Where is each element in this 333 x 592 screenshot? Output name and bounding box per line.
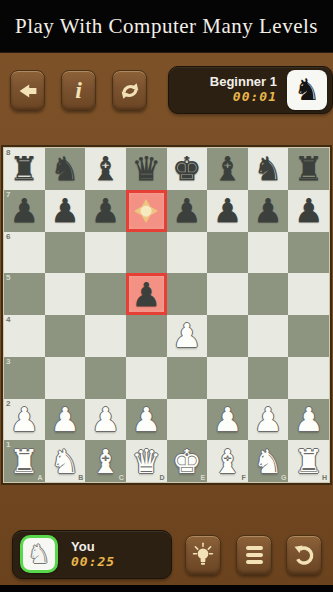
square-b7[interactable]: ♟ — [45, 190, 86, 232]
page-title: Play With Computer Many Levels — [15, 14, 318, 39]
square-d2[interactable]: ♟ — [126, 399, 167, 441]
rank-label-7: 7 — [6, 191, 10, 199]
file-label-H: H — [322, 474, 327, 481]
square-d3[interactable] — [126, 357, 167, 399]
square-f6[interactable] — [207, 232, 248, 274]
square-b8[interactable]: ♞ — [45, 148, 86, 190]
chess-board[interactable]: 8♜♞♝♛♚♝♞♜7♟♟♟ ♟♟♟♟65♟4♟32♟♟♟♟♟♟♟1A♜B♞C♝D… — [3, 147, 330, 483]
square-b6[interactable] — [45, 232, 86, 274]
square-g2[interactable]: ♟ — [248, 399, 289, 441]
hint-bulb-icon — [191, 542, 215, 568]
black-pawn[interactable]: ♟ — [172, 194, 202, 227]
square-f8[interactable]: ♝ — [207, 148, 248, 190]
square-f3[interactable] — [207, 357, 248, 399]
square-d8[interactable]: ♛ — [126, 148, 167, 190]
black-pawn[interactable]: ♟ — [294, 194, 324, 227]
file-label-E: E — [200, 474, 205, 481]
back-button[interactable] — [10, 70, 45, 111]
square-g7[interactable]: ♟ — [248, 190, 289, 232]
hint-button[interactable] — [185, 535, 221, 575]
square-h1[interactable]: H♜ — [288, 440, 329, 482]
black-pawn[interactable]: ♟ — [10, 194, 40, 227]
square-a4[interactable]: 4 — [4, 315, 45, 357]
square-b3[interactable] — [45, 357, 86, 399]
rank-label-4: 4 — [6, 316, 10, 324]
opponent-panel: Beginner 1 00:01 ♞ — [168, 66, 333, 114]
player-piece-tile: ♞ — [20, 535, 58, 573]
white-rook[interactable]: ♜ — [10, 445, 40, 478]
black-knight[interactable]: ♞ — [50, 152, 80, 185]
square-h8[interactable]: ♜ — [288, 148, 329, 190]
white-pawn[interactable]: ♟ — [253, 403, 283, 436]
square-f4[interactable] — [207, 315, 248, 357]
square-e8[interactable]: ♚ — [167, 148, 208, 190]
square-f1[interactable]: F♝ — [207, 440, 248, 482]
info-icon: i — [75, 77, 82, 104]
undo-button[interactable] — [286, 535, 322, 575]
white-pawn[interactable]: ♟ — [294, 403, 324, 436]
white-pawn[interactable]: ♟ — [91, 403, 121, 436]
white-king[interactable]: ♚ — [172, 445, 202, 478]
system-nav-strip — [0, 585, 333, 592]
black-rook[interactable]: ♜ — [10, 152, 40, 185]
square-a8[interactable]: 8♜ — [4, 148, 45, 190]
square-e4[interactable]: ♟ — [167, 315, 208, 357]
white-bishop[interactable]: ♝ — [91, 445, 121, 478]
file-label-D: D — [159, 474, 164, 481]
square-e2[interactable] — [167, 399, 208, 441]
white-pawn[interactable]: ♟ — [172, 319, 202, 352]
square-h2[interactable]: ♟ — [288, 399, 329, 441]
black-bishop[interactable]: ♝ — [213, 152, 243, 185]
square-d1[interactable]: D♛ — [126, 440, 167, 482]
square-d7[interactable] — [126, 190, 167, 232]
white-knight[interactable]: ♞ — [253, 445, 283, 478]
black-knight-icon: ♞ — [294, 75, 321, 105]
square-d5[interactable]: ♟ — [126, 273, 167, 315]
title-bar: Play With Computer Many Levels — [0, 0, 333, 53]
white-pawn[interactable]: ♟ — [131, 403, 161, 436]
square-b2[interactable]: ♟ — [45, 399, 86, 441]
square-a7[interactable]: 7♟ — [4, 190, 45, 232]
black-queen[interactable]: ♛ — [131, 152, 161, 185]
player-name: You — [71, 539, 115, 554]
info-button[interactable]: i — [61, 70, 96, 111]
black-pawn[interactable]: ♟ — [213, 194, 243, 227]
white-rook[interactable]: ♜ — [294, 445, 324, 478]
white-bishop[interactable]: ♝ — [213, 445, 243, 478]
square-b1[interactable]: B♞ — [45, 440, 86, 482]
square-h4[interactable] — [288, 315, 329, 357]
black-pawn[interactable]: ♟ — [253, 194, 283, 227]
square-b4[interactable] — [45, 315, 86, 357]
rank-label-2: 2 — [6, 400, 10, 408]
square-h3[interactable] — [288, 357, 329, 399]
square-d6[interactable] — [126, 232, 167, 274]
square-c6[interactable] — [85, 232, 126, 274]
black-pawn[interactable]: ♟ — [131, 278, 161, 311]
rank-label-8: 8 — [6, 149, 10, 157]
square-c1[interactable]: C♝ — [85, 440, 126, 482]
square-g8[interactable]: ♞ — [248, 148, 289, 190]
flip-board-icon — [118, 79, 142, 103]
square-f5[interactable] — [207, 273, 248, 315]
white-pawn[interactable]: ♟ — [213, 403, 243, 436]
white-knight-icon: ♞ — [27, 541, 50, 567]
white-pawn[interactable]: ♟ — [10, 403, 40, 436]
black-pawn[interactable]: ♟ — [50, 194, 80, 227]
flip-board-button[interactable] — [112, 70, 147, 111]
rank-label-5: 5 — [6, 274, 10, 282]
square-h7[interactable]: ♟ — [288, 190, 329, 232]
square-e6[interactable] — [167, 232, 208, 274]
opponent-piece-tile: ♞ — [287, 70, 327, 110]
undo-icon — [292, 543, 317, 568]
file-label-B: B — [78, 474, 83, 481]
black-rook[interactable]: ♜ — [294, 152, 324, 185]
white-knight[interactable]: ♞ — [50, 445, 80, 478]
square-a3[interactable]: 3 — [4, 357, 45, 399]
file-label-A: A — [38, 474, 43, 481]
move-origin-icon — [131, 196, 161, 226]
player-timer: 00:25 — [71, 554, 115, 569]
square-a2[interactable]: 2♟ — [4, 399, 45, 441]
square-g4[interactable] — [248, 315, 289, 357]
square-a6[interactable]: 6 — [4, 232, 45, 274]
file-label-F: F — [241, 474, 245, 481]
back-icon — [16, 80, 40, 102]
square-f2[interactable]: ♟ — [207, 399, 248, 441]
square-e7[interactable]: ♟ — [167, 190, 208, 232]
rank-label-3: 3 — [6, 358, 10, 366]
square-c7[interactable]: ♟ — [85, 190, 126, 232]
square-a5[interactable]: 5 — [4, 273, 45, 315]
square-e1[interactable]: E♚ — [167, 440, 208, 482]
square-c2[interactable]: ♟ — [85, 399, 126, 441]
rank-label-6: 6 — [6, 233, 10, 241]
player-panel: ♞ You 00:25 — [12, 530, 172, 579]
menu-icon — [246, 546, 263, 564]
square-c5[interactable] — [85, 273, 126, 315]
square-f7[interactable]: ♟ — [207, 190, 248, 232]
square-d4[interactable] — [126, 315, 167, 357]
square-b5[interactable] — [45, 273, 86, 315]
rank-label-1: 1 — [6, 441, 10, 449]
square-c3[interactable] — [85, 357, 126, 399]
black-bishop[interactable]: ♝ — [91, 152, 121, 185]
square-g1[interactable]: G♞ — [248, 440, 289, 482]
square-g6[interactable] — [248, 232, 289, 274]
square-c4[interactable] — [85, 315, 126, 357]
square-a1[interactable]: 1A♜ — [4, 440, 45, 482]
file-label-G: G — [281, 474, 286, 481]
square-g3[interactable] — [248, 357, 289, 399]
opponent-name: Beginner 1 — [210, 74, 277, 89]
square-e5[interactable] — [167, 273, 208, 315]
chess-app: Play With Computer Many Levels i Beginne… — [0, 0, 333, 592]
white-queen[interactable]: ♛ — [131, 445, 161, 478]
opponent-timer: 00:01 — [210, 89, 277, 104]
square-e3[interactable] — [167, 357, 208, 399]
square-g5[interactable] — [248, 273, 289, 315]
file-label-C: C — [119, 474, 124, 481]
menu-button[interactable] — [236, 535, 272, 575]
black-pawn[interactable]: ♟ — [91, 194, 121, 227]
square-h6[interactable] — [288, 232, 329, 274]
black-king[interactable]: ♚ — [172, 152, 202, 185]
square-c8[interactable]: ♝ — [85, 148, 126, 190]
black-knight[interactable]: ♞ — [253, 152, 283, 185]
square-h5[interactable] — [288, 273, 329, 315]
white-pawn[interactable]: ♟ — [50, 403, 80, 436]
